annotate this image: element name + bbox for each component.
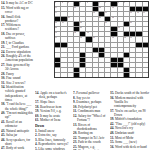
clue-item: 34. Identification vehicle granted indep… [1, 85, 33, 102]
cell-number: 32 [74, 32, 76, 33]
grid-cell[interactable] [124, 7, 129, 11]
clue-number: 31. [1, 81, 6, 85]
cell-number: 37 [112, 37, 114, 38]
clue-number: 54. [35, 91, 40, 95]
cell-number: 46 [143, 48, 145, 49]
grid-cell[interactable] [118, 17, 123, 21]
grid-cell[interactable] [68, 12, 73, 16]
grid-cell[interactable] [130, 48, 135, 52]
grid-cell[interactable] [118, 53, 123, 57]
grid-cell[interactable] [136, 37, 141, 41]
grid-cell[interactable] [124, 48, 129, 52]
grid-cell[interactable] [80, 7, 85, 11]
grid-cell[interactable]: 1 [55, 2, 60, 6]
clue-item: 12. Salary for "Wheel of Fortune"? [73, 114, 109, 122]
grid-cell[interactable] [136, 53, 141, 57]
black-square [74, 73, 79, 77]
grid-cell[interactable]: 46 [143, 48, 148, 52]
black-square [111, 58, 116, 62]
grid-cell[interactable] [105, 43, 110, 47]
grid-cell[interactable] [105, 27, 110, 31]
clue-number: 41. [1, 120, 6, 124]
clue-number: 39. [110, 117, 115, 121]
clue-number: 10. [73, 105, 78, 109]
black-square [124, 53, 129, 57]
clue-number: 3. [35, 137, 38, 141]
grid-cell[interactable]: 28 [55, 27, 60, 31]
grid-cell[interactable] [80, 17, 85, 21]
grid-cell[interactable]: 13 [111, 7, 116, 11]
clue-number: 61. [35, 118, 40, 122]
cell-number: 62 [118, 68, 120, 69]
black-square [136, 7, 141, 11]
cell-number: 4 [80, 2, 81, 3]
grid-cell[interactable] [74, 48, 79, 52]
grid-cell[interactable] [74, 37, 79, 41]
grid-cell[interactable]: 31 [55, 32, 60, 36]
clue-number: 30. [1, 76, 6, 80]
grid-cell[interactable] [124, 27, 129, 31]
clue-number: 57. [35, 100, 40, 104]
clue-number: 17. [1, 23, 6, 27]
grid-cell[interactable] [61, 37, 66, 41]
grid-cell[interactable] [74, 12, 79, 16]
clue-number: 9. [73, 100, 76, 104]
grid-cell[interactable] [136, 73, 141, 77]
cell-number: 48 [87, 53, 89, 54]
grid-cell[interactable]: 10 [55, 7, 60, 11]
grid-cell[interactable] [143, 63, 148, 67]
grid-cell[interactable] [93, 68, 98, 72]
clue-number: 42. [110, 122, 115, 126]
grid-cell[interactable] [93, 43, 98, 47]
grid-cell[interactable] [124, 43, 129, 47]
grid-cell[interactable] [74, 58, 79, 62]
down-clues-column-2: 35. Ducks south of the border36. Modern … [110, 91, 150, 150]
grid-cell[interactable] [68, 32, 73, 36]
grid-cell[interactable]: 35 [80, 37, 85, 41]
grid-cell[interactable]: 66 [130, 73, 135, 77]
grid-cell[interactable] [136, 63, 141, 67]
clue-number: 21. [1, 45, 6, 49]
grid-cell[interactable]: 12 [99, 7, 104, 11]
cell-number: 42 [55, 48, 57, 49]
grid-cell[interactable] [68, 7, 73, 11]
grid-cell[interactable] [130, 17, 135, 21]
grid-cell[interactable]: 23 [55, 22, 60, 26]
black-square [136, 43, 141, 47]
grid-cell[interactable] [93, 63, 98, 67]
cell-number: 59 [55, 68, 57, 69]
clue-item: 38. "I can't believe ___ the whole thing… [1, 102, 33, 110]
grid-cell[interactable]: 54 [99, 58, 104, 62]
clue-number: 8. [73, 96, 76, 100]
cell-number: 6 [99, 2, 100, 3]
grid-cell[interactable] [68, 63, 73, 67]
clue-number: 48. [110, 131, 115, 135]
grid-cell[interactable]: 9 [124, 2, 129, 6]
grid-cell[interactable]: 49 [93, 53, 98, 57]
grid-cell[interactable]: 64 [55, 73, 60, 77]
cell-number: 50 [105, 53, 107, 54]
grid-cell[interactable] [86, 12, 91, 16]
black-square [93, 48, 98, 52]
clue-number: 56. [110, 144, 115, 148]
grid-cell[interactable] [118, 48, 123, 52]
clue-item: 36. Modern musical with Vanilla Ice cont… [110, 96, 150, 109]
grid-cell[interactable] [86, 22, 91, 26]
grid-cell[interactable]: 62 [118, 68, 123, 72]
grid-cell[interactable] [86, 7, 91, 11]
grid-cell[interactable] [118, 22, 123, 26]
grid-cell[interactable] [61, 12, 66, 16]
grid-cell[interactable] [68, 48, 73, 52]
grid-cell[interactable]: 53 [86, 58, 91, 62]
black-square [61, 17, 66, 21]
clue-number: 28. [1, 71, 6, 75]
grid-cell[interactable] [74, 53, 79, 57]
cell-number: 35 [80, 37, 82, 38]
grid-cell[interactable] [74, 17, 79, 21]
clue-number: 24. [1, 49, 6, 53]
cell-number: 52 [62, 58, 64, 59]
grid-cell[interactable] [68, 37, 73, 41]
grid-cell[interactable] [105, 63, 110, 67]
black-square [55, 58, 60, 62]
grid-cell[interactable] [61, 32, 66, 36]
grid-cell[interactable]: 26 [105, 22, 110, 26]
grid-cell[interactable]: 59 [55, 68, 60, 72]
grid-cell[interactable]: 37 [111, 37, 116, 41]
cell-number: 14 [55, 12, 57, 13]
grid-cell[interactable] [74, 63, 79, 67]
grid-cell[interactable] [143, 2, 148, 6]
grid-cell[interactable] [105, 32, 110, 36]
grid-cell[interactable]: 61 [111, 68, 116, 72]
clue-number: 60. [35, 113, 40, 117]
cell-number: 28 [55, 27, 57, 28]
cell-number: 61 [112, 68, 114, 69]
grid-cell[interactable] [143, 68, 148, 72]
clue-number: 22. [73, 136, 78, 140]
grid-cell[interactable] [99, 68, 104, 72]
grid-cell[interactable] [118, 12, 123, 16]
cell-number: 44 [105, 48, 107, 49]
clue-number: 4. [35, 142, 38, 146]
black-square [118, 58, 123, 62]
grid-cell[interactable] [136, 68, 141, 72]
grid-cell[interactable]: 40 [68, 43, 73, 47]
grid-cell[interactable] [68, 73, 73, 77]
grid-cell[interactable] [111, 48, 116, 52]
grid-cell[interactable]: 47 [55, 53, 60, 57]
grid-cell[interactable]: 41 [86, 43, 91, 47]
cell-number: 13 [112, 7, 114, 8]
grid-cell[interactable] [130, 2, 135, 6]
cell-number: 26 [105, 22, 107, 23]
black-square [80, 63, 85, 67]
grid-cell[interactable] [99, 37, 104, 41]
black-square [61, 43, 66, 47]
grid-cell[interactable]: 21 [99, 17, 104, 21]
grid-cell[interactable]: 56 [61, 63, 66, 67]
grid-cell[interactable]: 24 [61, 22, 66, 26]
clue-number: 38. [1, 102, 6, 106]
grid-cell[interactable]: 45 [136, 48, 141, 52]
grid-cell[interactable] [93, 27, 98, 31]
grid-cell[interactable] [99, 32, 104, 36]
grid-cell[interactable] [86, 17, 91, 21]
grid-cell[interactable]: 60 [80, 68, 85, 72]
grid-cell[interactable]: 27 [130, 22, 135, 26]
cell-number: 36 [93, 37, 95, 38]
black-square [93, 7, 98, 11]
grid-cell[interactable]: 43 [61, 48, 66, 52]
grid-cell[interactable] [61, 7, 66, 11]
clue-item: 41. Recall of an odometer [1, 120, 33, 128]
grid-cell[interactable]: 22 [111, 17, 116, 21]
clue-number: 27. [1, 63, 6, 67]
grid-cell[interactable]: 14 [55, 12, 60, 16]
grid-cell[interactable] [80, 12, 85, 16]
black-square [74, 2, 79, 6]
grid-cell[interactable] [143, 17, 148, 21]
down-header: Down [35, 123, 70, 128]
black-square [99, 48, 104, 52]
clue-number: 12. [73, 114, 78, 118]
grid-cell[interactable] [80, 43, 85, 47]
grid-cell[interactable]: 6 [99, 2, 104, 6]
grid-cell[interactable] [143, 73, 148, 77]
grid-cell[interactable] [68, 68, 73, 72]
grid-cell[interactable] [143, 27, 148, 31]
grid-cell[interactable] [143, 32, 148, 36]
grid-cell[interactable] [61, 73, 66, 77]
grid-cell[interactable] [93, 73, 98, 77]
grid-cell[interactable] [61, 53, 66, 57]
cell-number: 40 [68, 43, 70, 44]
clue-item: 26. Roughly 4% of the American populatio… [1, 54, 33, 62]
black-square [130, 7, 135, 11]
grid-cell[interactable] [93, 22, 98, 26]
grid-cell[interactable] [111, 43, 116, 47]
grid-cell[interactable] [143, 53, 148, 57]
cell-number: 22 [112, 17, 114, 18]
clue-number: 45. [1, 133, 6, 137]
clue-item: 46. Sexy speakers, for short [1, 137, 33, 145]
grid-cell[interactable] [118, 43, 123, 47]
grid-cell[interactable] [105, 68, 110, 72]
grid-cell[interactable]: 34 [55, 37, 60, 41]
grid-cell[interactable] [86, 68, 91, 72]
grid-cell[interactable]: 5 [86, 2, 91, 6]
grid-cell[interactable] [143, 22, 148, 26]
grid-cell[interactable] [80, 48, 85, 52]
grid-cell[interactable]: 52 [61, 58, 66, 62]
grid-cell[interactable] [130, 27, 135, 31]
clue-number: 58. [35, 104, 40, 108]
grid-cell[interactable] [136, 58, 141, 62]
grid-cell[interactable]: 15 [93, 12, 98, 16]
grid-cell[interactable] [68, 58, 73, 62]
grid-cell[interactable] [111, 12, 116, 16]
grid-cell[interactable] [105, 7, 110, 11]
grid-cell[interactable]: 32 [74, 32, 79, 36]
clue-item: 5. Like some windows [35, 146, 70, 150]
clue-number: 7. [73, 91, 76, 95]
black-square [99, 12, 104, 16]
grid-cell[interactable] [93, 17, 98, 21]
cell-number: 38 [124, 37, 126, 38]
cell-number: 15 [93, 12, 95, 13]
grid-cell[interactable]: 33 [86, 32, 91, 36]
grid-cell[interactable]: 50 [105, 53, 110, 57]
grid-cell[interactable] [86, 73, 91, 77]
grid-cell[interactable]: 30 [118, 27, 123, 31]
grid-cell[interactable] [61, 68, 66, 72]
grid-cell[interactable] [111, 22, 116, 26]
cell-number: 8 [118, 2, 119, 3]
grid-cell[interactable] [130, 43, 135, 47]
cell-number: 2 [62, 2, 63, 3]
cell-number: 31 [55, 32, 57, 33]
grid-cell[interactable] [74, 43, 79, 47]
clue-item: 3. Blue lines, famously [35, 137, 70, 141]
grid-cell[interactable]: 44 [105, 48, 110, 52]
grid-cell[interactable]: 3 [68, 2, 73, 6]
grid-cell[interactable]: 39 [130, 37, 135, 41]
grid-cell[interactable]: 51 [130, 53, 135, 57]
grid-cell[interactable]: 65 [80, 73, 85, 77]
grid-cell[interactable] [124, 12, 129, 16]
clues-column-2: 54. Apple on a teacher's desk, perhaps57… [35, 91, 70, 150]
grid-cell[interactable] [118, 32, 123, 36]
grid-cell[interactable] [143, 58, 148, 62]
grid-cell[interactable] [99, 63, 104, 67]
grid-cell[interactable]: 8 [118, 2, 123, 6]
clue-number: 36. [110, 96, 115, 100]
black-square [55, 43, 60, 47]
cell-number: 64 [55, 73, 57, 74]
clue-number: 25. [73, 145, 78, 149]
grid-cell[interactable] [105, 37, 110, 41]
black-square [74, 68, 79, 72]
grid-cell[interactable] [136, 22, 141, 26]
grid-cell[interactable]: 16 [105, 12, 110, 16]
grid-cell[interactable] [118, 73, 123, 77]
black-square [80, 53, 85, 57]
clue-number: 15. [1, 6, 6, 10]
clue-number: 35. [110, 91, 115, 95]
grid-cell[interactable]: 58 [124, 63, 129, 67]
grid-cell[interactable]: 63 [130, 68, 135, 72]
grid-cell[interactable]: 42 [55, 48, 60, 52]
clue-number: 20. [73, 131, 78, 135]
grid-cell[interactable]: 29 [80, 27, 85, 31]
grid-cell[interactable] [99, 73, 104, 77]
clue-item: 18. Due or power, suffixes [1, 32, 33, 40]
cell-number: 16 [105, 12, 107, 13]
grid-cell[interactable] [130, 58, 135, 62]
grid-cell[interactable] [111, 53, 116, 57]
grid-cell[interactable]: 48 [86, 53, 91, 57]
grid-cell[interactable]: 57 [86, 63, 91, 67]
grid-cell[interactable]: 38 [124, 37, 129, 41]
grid-cell[interactable] [99, 22, 104, 26]
grid-cell[interactable]: 18 [136, 12, 141, 16]
black-square [136, 32, 141, 36]
grid-cell[interactable] [130, 63, 135, 67]
grid-cell[interactable] [136, 27, 141, 31]
grid-cell[interactable]: 36 [93, 37, 98, 41]
grid-cell[interactable]: 25 [80, 22, 85, 26]
grid-cell[interactable] [143, 37, 148, 41]
grid-cell[interactable] [99, 43, 104, 47]
grid-cell[interactable] [105, 73, 110, 77]
grid-cell[interactable]: 11 [74, 7, 79, 11]
grid-cell[interactable]: 19 [143, 12, 148, 16]
black-square [111, 63, 116, 67]
crossword-page: 14. It may be AC or DC15. Word with rag … [0, 0, 150, 150]
grid-cell[interactable]: 7 [105, 2, 110, 6]
grid-cell[interactable] [68, 53, 73, 57]
grid-cell[interactable] [136, 2, 141, 6]
grid-cell[interactable] [93, 32, 98, 36]
clue-number: 44. [110, 126, 115, 130]
grid-cell[interactable] [136, 17, 141, 21]
grid-cell[interactable] [99, 27, 104, 31]
grid-cell[interactable] [111, 73, 116, 77]
cell-number: 57 [87, 63, 89, 64]
clue-number: 19. [1, 40, 6, 44]
grid-cell[interactable]: 55 [124, 58, 129, 62]
grid-cell[interactable] [68, 22, 73, 26]
grid-cell[interactable] [86, 27, 91, 31]
grid-cell[interactable] [86, 48, 91, 52]
black-square [124, 32, 129, 36]
black-square [93, 2, 98, 6]
cell-number: 39 [130, 37, 132, 38]
grid-cell[interactable]: 2 [61, 2, 66, 6]
clue-number: 40. [1, 111, 6, 115]
grid-cell[interactable] [61, 27, 66, 31]
grid-cell[interactable]: 4 [80, 2, 85, 6]
cell-number: 58 [124, 63, 126, 64]
clue-number: 51. [110, 135, 115, 139]
grid-cell[interactable]: 17 [130, 12, 135, 16]
grid-cell[interactable] [118, 7, 123, 11]
clue-number: 23. [73, 140, 78, 144]
grid-cell[interactable] [93, 58, 98, 62]
black-square [80, 32, 85, 36]
grid-cell[interactable] [105, 58, 110, 62]
clue-number: 11. [73, 109, 78, 113]
grid-cell[interactable] [68, 27, 73, 31]
grid-cell[interactable] [118, 37, 123, 41]
cell-number: 65 [80, 73, 82, 74]
clue-item: 56. Word with deck or hand [110, 144, 150, 148]
cell-number: 17 [130, 12, 132, 13]
black-square [55, 63, 60, 67]
clue-number: 29. [73, 149, 78, 150]
grid-cell[interactable]: 20 [68, 17, 73, 21]
cell-number: 41 [87, 43, 89, 44]
cell-number: 66 [130, 73, 132, 74]
cell-number: 47 [55, 53, 57, 54]
black-square [74, 22, 79, 26]
grid-cell[interactable] [124, 17, 129, 21]
cell-number: 45 [137, 48, 139, 49]
